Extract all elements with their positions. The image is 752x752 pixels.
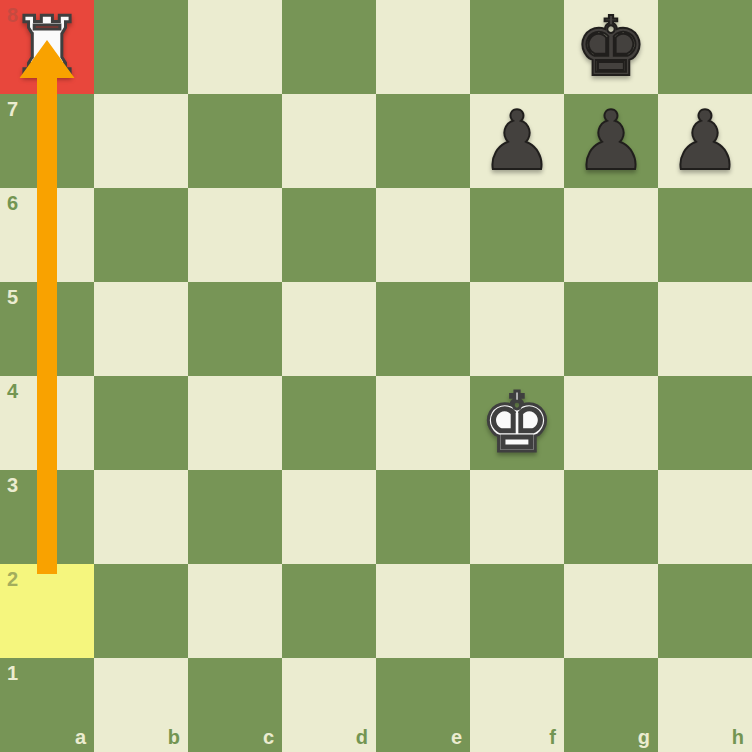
rank-label-1: 1	[7, 663, 18, 683]
square-e7[interactable]	[376, 94, 470, 188]
square-c5[interactable]	[188, 282, 282, 376]
square-g2[interactable]	[564, 564, 658, 658]
square-g6[interactable]	[564, 188, 658, 282]
square-f8[interactable]	[470, 0, 564, 94]
file-label-g: g	[638, 727, 650, 747]
file-label-f: f	[549, 727, 556, 747]
file-label-a: a	[75, 727, 86, 747]
square-h5[interactable]	[658, 282, 752, 376]
square-g1[interactable]: g	[564, 658, 658, 752]
piece-black-pawn-g7[interactable]: ♟	[564, 94, 658, 188]
square-b4[interactable]	[94, 376, 188, 470]
square-d4[interactable]	[282, 376, 376, 470]
square-h6[interactable]	[658, 188, 752, 282]
square-a5[interactable]: 5	[0, 282, 94, 376]
square-d5[interactable]	[282, 282, 376, 376]
square-g3[interactable]	[564, 470, 658, 564]
square-f1[interactable]: f	[470, 658, 564, 752]
square-c3[interactable]	[188, 470, 282, 564]
file-label-b: b	[168, 727, 180, 747]
square-e1[interactable]: e	[376, 658, 470, 752]
file-label-c: c	[263, 727, 274, 747]
square-h3[interactable]	[658, 470, 752, 564]
file-label-h: h	[732, 727, 744, 747]
square-g4[interactable]	[564, 376, 658, 470]
piece-black-pawn-h7[interactable]: ♟	[658, 94, 752, 188]
square-f5[interactable]	[470, 282, 564, 376]
square-e5[interactable]	[376, 282, 470, 376]
piece-white-rook-a8[interactable]: ♜	[0, 0, 94, 94]
chess-board: 87654321abcdefgh♜♚♟♟♟♚	[0, 0, 752, 752]
square-a7[interactable]: 7	[0, 94, 94, 188]
square-d3[interactable]	[282, 470, 376, 564]
square-g5[interactable]	[564, 282, 658, 376]
square-h8[interactable]	[658, 0, 752, 94]
square-a1[interactable]: 1a	[0, 658, 94, 752]
rank-label-7: 7	[7, 99, 18, 119]
square-f3[interactable]	[470, 470, 564, 564]
square-e4[interactable]	[376, 376, 470, 470]
file-label-d: d	[356, 727, 368, 747]
rank-label-2: 2	[7, 569, 18, 589]
square-h4[interactable]	[658, 376, 752, 470]
square-h2[interactable]	[658, 564, 752, 658]
square-c2[interactable]	[188, 564, 282, 658]
square-c4[interactable]	[188, 376, 282, 470]
square-e8[interactable]	[376, 0, 470, 94]
square-a2[interactable]: 2	[0, 564, 94, 658]
rank-label-6: 6	[7, 193, 18, 213]
square-b3[interactable]	[94, 470, 188, 564]
square-b7[interactable]	[94, 94, 188, 188]
square-d6[interactable]	[282, 188, 376, 282]
square-b2[interactable]	[94, 564, 188, 658]
square-d8[interactable]	[282, 0, 376, 94]
square-c7[interactable]	[188, 94, 282, 188]
square-b5[interactable]	[94, 282, 188, 376]
rank-label-5: 5	[7, 287, 18, 307]
file-label-e: e	[451, 727, 462, 747]
square-a6[interactable]: 6	[0, 188, 94, 282]
square-a4[interactable]: 4	[0, 376, 94, 470]
square-d7[interactable]	[282, 94, 376, 188]
rank-label-3: 3	[7, 475, 18, 495]
piece-black-pawn-f7[interactable]: ♟	[470, 94, 564, 188]
square-f2[interactable]	[470, 564, 564, 658]
square-h1[interactable]: h	[658, 658, 752, 752]
square-c8[interactable]	[188, 0, 282, 94]
square-b8[interactable]	[94, 0, 188, 94]
square-b1[interactable]: b	[94, 658, 188, 752]
square-c6[interactable]	[188, 188, 282, 282]
square-e3[interactable]	[376, 470, 470, 564]
square-e6[interactable]	[376, 188, 470, 282]
rank-label-4: 4	[7, 381, 18, 401]
square-a3[interactable]: 3	[0, 470, 94, 564]
square-c1[interactable]: c	[188, 658, 282, 752]
piece-white-king-f4[interactable]: ♚	[470, 376, 564, 470]
piece-black-king-g8[interactable]: ♚	[564, 0, 658, 94]
square-b6[interactable]	[94, 188, 188, 282]
square-f6[interactable]	[470, 188, 564, 282]
square-d1[interactable]: d	[282, 658, 376, 752]
square-e2[interactable]	[376, 564, 470, 658]
square-d2[interactable]	[282, 564, 376, 658]
